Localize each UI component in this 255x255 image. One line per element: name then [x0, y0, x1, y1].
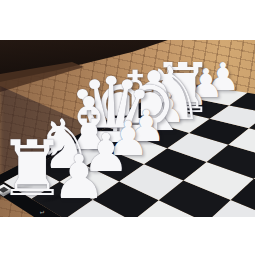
white-pawn-a2: ♟ [52, 147, 106, 208]
garden-chess-photo: 123 ♟♟♟♜♞♟♝♚♟♛♝♟♞♟♜♟ [0, 40, 255, 217]
pieces-layer: ♟♟♟♜♞♟♝♚♟♛♝♟♞♟♜♟ [0, 40, 255, 217]
page: 123 ♟♟♟♜♞♟♝♚♟♛♝♟♞♟♜♟ [0, 0, 255, 255]
